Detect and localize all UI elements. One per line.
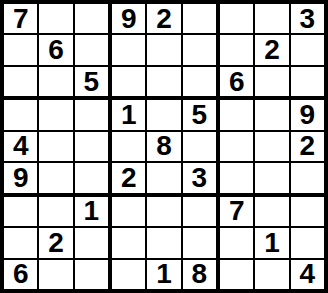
cell-r4c2[interactable]	[39, 100, 72, 129]
cell-r5c7[interactable]	[220, 132, 253, 161]
cell-r7c5[interactable]	[147, 197, 180, 226]
cell-r2c6[interactable]	[183, 35, 216, 64]
cell-r1c8[interactable]	[255, 4, 288, 33]
cell-r9c3[interactable]	[75, 260, 108, 289]
box-top-left: 7 6 5	[4, 4, 108, 96]
cell-r8c3[interactable]	[75, 228, 108, 257]
cell-r9c4[interactable]	[112, 260, 145, 289]
cell-r3c3[interactable]: 5	[75, 67, 108, 96]
cell-r5c9[interactable]: 2	[291, 132, 324, 161]
cell-r3c7[interactable]: 6	[220, 67, 253, 96]
cell-r7c7[interactable]: 7	[220, 197, 253, 226]
cell-r6c1[interactable]: 9	[4, 163, 37, 192]
cell-r7c6[interactable]	[183, 197, 216, 226]
cell-r2c4[interactable]	[112, 35, 145, 64]
cell-r9c9[interactable]: 4	[291, 260, 324, 289]
cell-r4c3[interactable]	[75, 100, 108, 129]
box-bottom-left: 1 2 6	[4, 197, 108, 289]
cell-r6c6[interactable]: 3	[183, 163, 216, 192]
box-top-right: 3 2 6	[220, 4, 324, 96]
cell-r7c1[interactable]	[4, 197, 37, 226]
cell-r5c8[interactable]	[255, 132, 288, 161]
cell-r8c4[interactable]	[112, 228, 145, 257]
cell-r5c5[interactable]: 8	[147, 132, 180, 161]
cell-r1c2[interactable]	[39, 4, 72, 33]
cell-r8c5[interactable]	[147, 228, 180, 257]
cell-r5c1[interactable]: 4	[4, 132, 37, 161]
cell-r9c5[interactable]: 1	[147, 260, 180, 289]
cell-r6c3[interactable]	[75, 163, 108, 192]
cell-r4c8[interactable]	[255, 100, 288, 129]
cell-r3c9[interactable]	[291, 67, 324, 96]
box-bottom-right: 7 1 4	[220, 197, 324, 289]
cell-r5c3[interactable]	[75, 132, 108, 161]
cell-r3c2[interactable]	[39, 67, 72, 96]
cell-r2c2[interactable]: 6	[39, 35, 72, 64]
cell-r3c1[interactable]	[4, 67, 37, 96]
cell-r7c4[interactable]	[112, 197, 145, 226]
cell-r9c1[interactable]: 6	[4, 260, 37, 289]
cell-r5c6[interactable]	[183, 132, 216, 161]
cell-r1c1[interactable]: 7	[4, 4, 37, 33]
box-top-center: 9 2	[112, 4, 216, 96]
box-middle-center: 1 5 8 2 3	[112, 100, 216, 192]
cell-r8c7[interactable]	[220, 228, 253, 257]
box-middle-right: 9 2	[220, 100, 324, 192]
box-middle-left: 4 9	[4, 100, 108, 192]
cell-r7c8[interactable]	[255, 197, 288, 226]
cell-r8c8[interactable]: 1	[255, 228, 288, 257]
cell-r4c4[interactable]: 1	[112, 100, 145, 129]
cell-r6c4[interactable]: 2	[112, 163, 145, 192]
cell-r3c4[interactable]	[112, 67, 145, 96]
cell-r4c6[interactable]: 5	[183, 100, 216, 129]
cell-r5c4[interactable]	[112, 132, 145, 161]
cell-r2c8[interactable]: 2	[255, 35, 288, 64]
cell-r2c9[interactable]	[291, 35, 324, 64]
cell-r8c2[interactable]: 2	[39, 228, 72, 257]
cell-r7c2[interactable]	[39, 197, 72, 226]
cell-r5c2[interactable]	[39, 132, 72, 161]
cell-r4c5[interactable]	[147, 100, 180, 129]
cell-r4c9[interactable]: 9	[291, 100, 324, 129]
cell-r7c9[interactable]	[291, 197, 324, 226]
sudoku-board: 7 6 5 9 2 3 2 6 4 9	[0, 0, 328, 293]
cell-r3c5[interactable]	[147, 67, 180, 96]
cell-r6c5[interactable]	[147, 163, 180, 192]
cell-r8c6[interactable]	[183, 228, 216, 257]
cell-r8c9[interactable]	[291, 228, 324, 257]
cell-r6c2[interactable]	[39, 163, 72, 192]
cell-r1c7[interactable]	[220, 4, 253, 33]
cell-r9c6[interactable]: 8	[183, 260, 216, 289]
cell-r1c4[interactable]: 9	[112, 4, 145, 33]
cell-r9c8[interactable]	[255, 260, 288, 289]
cell-r9c7[interactable]	[220, 260, 253, 289]
cell-r4c7[interactable]	[220, 100, 253, 129]
cell-r3c6[interactable]	[183, 67, 216, 96]
cell-r2c7[interactable]	[220, 35, 253, 64]
box-bottom-center: 1 8	[112, 197, 216, 289]
cell-r6c7[interactable]	[220, 163, 253, 192]
cell-r2c5[interactable]	[147, 35, 180, 64]
cell-r6c8[interactable]	[255, 163, 288, 192]
cell-r4c1[interactable]	[4, 100, 37, 129]
cell-r1c6[interactable]	[183, 4, 216, 33]
cell-r7c3[interactable]: 1	[75, 197, 108, 226]
cell-r1c3[interactable]	[75, 4, 108, 33]
cell-r3c8[interactable]	[255, 67, 288, 96]
cell-r2c3[interactable]	[75, 35, 108, 64]
cell-r8c1[interactable]	[4, 228, 37, 257]
cell-r1c9[interactable]: 3	[291, 4, 324, 33]
cell-r1c5[interactable]: 2	[147, 4, 180, 33]
cell-r2c1[interactable]	[4, 35, 37, 64]
cell-r9c2[interactable]	[39, 260, 72, 289]
cell-r6c9[interactable]	[291, 163, 324, 192]
